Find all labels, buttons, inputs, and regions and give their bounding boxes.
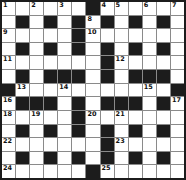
- white-cell-r2c13[interactable]: [171, 16, 184, 29]
- clue-number-17: 17: [172, 97, 181, 104]
- clue-number-1: 1: [3, 2, 8, 9]
- white-cell-r1c5[interactable]: 3: [58, 2, 71, 15]
- white-cell-r8c11[interactable]: [143, 97, 156, 110]
- white-cell-r11c11[interactable]: [143, 138, 156, 151]
- white-cell-r1c8[interactable]: 4: [101, 2, 114, 15]
- white-cell-r7c10[interactable]: [129, 84, 142, 97]
- white-cell-r2c9[interactable]: [115, 16, 128, 29]
- white-cell-r8c1[interactable]: 16: [2, 97, 15, 110]
- crossword-board: 1234567891011121314151617181920212223242…: [0, 0, 186, 180]
- white-cell-r13c8[interactable]: 25: [101, 165, 114, 178]
- white-cell-r7c12[interactable]: [157, 84, 170, 97]
- black-cell-r10c4: [44, 125, 57, 138]
- black-cell-r8c6: [72, 97, 85, 110]
- black-cell-r12c2: [16, 152, 29, 165]
- white-cell-r9c8[interactable]: [101, 111, 114, 124]
- black-cell-r2c4: [44, 16, 57, 29]
- white-cell-r1c11[interactable]: 6: [143, 2, 156, 15]
- white-cell-r13c12[interactable]: [157, 165, 170, 178]
- clue-number-19: 19: [31, 111, 40, 118]
- white-cell-r5c6[interactable]: [72, 56, 85, 69]
- black-cell-r8c9: [115, 97, 128, 110]
- white-cell-r7c6[interactable]: [72, 84, 85, 97]
- white-cell-r9c5[interactable]: [58, 111, 71, 124]
- black-cell-r6c8: [101, 70, 114, 83]
- white-cell-r11c2[interactable]: [16, 138, 29, 151]
- white-cell-r2c1[interactable]: [2, 16, 15, 29]
- white-cell-r11c3[interactable]: [30, 138, 43, 151]
- clue-number-5: 5: [116, 2, 121, 9]
- black-cell-r2c6: [72, 16, 85, 29]
- black-cell-r3c6: [72, 29, 85, 42]
- white-cell-r4c13[interactable]: [171, 43, 184, 56]
- white-cell-r7c7[interactable]: [86, 84, 99, 97]
- black-cell-r6c2: [16, 70, 29, 83]
- white-cell-r5c2[interactable]: [16, 56, 29, 69]
- white-cell-r9c13[interactable]: [171, 111, 184, 124]
- white-cell-r12c5[interactable]: [58, 152, 71, 165]
- white-cell-r2c11[interactable]: [143, 16, 156, 29]
- white-cell-r6c7[interactable]: [86, 70, 99, 83]
- white-cell-r5c3[interactable]: [30, 56, 43, 69]
- white-cell-r1c2[interactable]: [16, 2, 29, 15]
- white-cell-r13c1[interactable]: 24: [2, 165, 15, 178]
- white-cell-r9c4[interactable]: [44, 111, 57, 124]
- black-cell-r7c13: [171, 84, 184, 97]
- white-cell-r7c9[interactable]: [115, 84, 128, 97]
- white-cell-r11c9[interactable]: 23: [115, 138, 128, 151]
- black-cell-r4c8: [101, 43, 114, 56]
- black-cell-r4c12: [157, 43, 170, 56]
- white-cell-r2c3[interactable]: [30, 16, 43, 29]
- white-cell-r3c10[interactable]: [129, 29, 142, 42]
- white-cell-r12c1[interactable]: [2, 152, 15, 165]
- black-cell-r9c6: [72, 111, 85, 124]
- white-cell-r9c11[interactable]: [143, 111, 156, 124]
- white-cell-r12c3[interactable]: [30, 152, 43, 165]
- clue-number-9: 9: [3, 29, 8, 36]
- black-cell-r2c10: [129, 16, 142, 29]
- clue-number-4: 4: [102, 2, 107, 9]
- white-cell-r11c6[interactable]: [72, 138, 85, 151]
- clue-number-18: 18: [3, 111, 12, 118]
- white-cell-r1c1[interactable]: 1: [2, 2, 15, 15]
- white-cell-r3c8[interactable]: [101, 29, 114, 42]
- white-cell-r13c4[interactable]: [44, 165, 57, 178]
- black-cell-r5c8: [101, 56, 114, 69]
- white-cell-r5c4[interactable]: [44, 56, 57, 69]
- white-cell-r3c11[interactable]: [143, 29, 156, 42]
- black-cell-r6c10: [129, 70, 142, 83]
- white-cell-r5c9[interactable]: 12: [115, 56, 128, 69]
- black-cell-r10c12: [157, 125, 170, 138]
- white-cell-r1c3[interactable]: 2: [30, 2, 43, 15]
- white-cell-r13c11[interactable]: [143, 165, 156, 178]
- clue-number-23: 23: [116, 138, 125, 145]
- white-cell-r1c6[interactable]: [72, 2, 85, 15]
- clue-number-2: 2: [31, 2, 36, 9]
- white-cell-r3c9[interactable]: [115, 29, 128, 42]
- white-cell-r3c3[interactable]: [30, 29, 43, 42]
- white-cell-r3c12[interactable]: [157, 29, 170, 42]
- black-cell-r6c12: [157, 70, 170, 83]
- white-cell-r10c11[interactable]: [143, 125, 156, 138]
- white-cell-r7c2[interactable]: 13: [16, 84, 29, 97]
- white-cell-r7c5[interactable]: 14: [58, 84, 71, 97]
- white-cell-r12c9[interactable]: [115, 152, 128, 165]
- black-cell-r12c8: [101, 152, 114, 165]
- black-cell-r6c11: [143, 70, 156, 83]
- clue-number-14: 14: [59, 84, 68, 91]
- white-cell-r9c2[interactable]: [16, 111, 29, 124]
- white-cell-r7c3[interactable]: [30, 84, 43, 97]
- clue-number-20: 20: [87, 111, 96, 118]
- white-cell-r9c10[interactable]: [129, 111, 142, 124]
- white-cell-r7c4[interactable]: [44, 84, 57, 97]
- white-cell-r13c9[interactable]: [115, 165, 128, 178]
- black-cell-r6c4: [44, 70, 57, 83]
- black-cell-r8c10: [129, 97, 142, 110]
- white-cell-r2c5[interactable]: [58, 16, 71, 29]
- white-cell-r4c1[interactable]: [2, 43, 15, 56]
- white-cell-r13c6[interactable]: [72, 165, 85, 178]
- white-cell-r5c5[interactable]: [58, 56, 71, 69]
- white-cell-r5c13[interactable]: [171, 56, 184, 69]
- black-cell-r4c6: [72, 43, 85, 56]
- white-cell-r1c12[interactable]: [157, 2, 170, 15]
- clue-number-24: 24: [3, 165, 12, 172]
- white-cell-r10c9[interactable]: [115, 125, 128, 138]
- white-cell-r8c13[interactable]: 17: [171, 97, 184, 110]
- black-cell-r10c10: [129, 125, 142, 138]
- white-cell-r6c3[interactable]: [30, 70, 43, 83]
- white-cell-r10c5[interactable]: [58, 125, 71, 138]
- white-cell-r4c7[interactable]: [86, 43, 99, 56]
- black-cell-r12c12: [157, 152, 170, 165]
- clue-number-10: 10: [87, 29, 96, 36]
- black-cell-r13c7: [86, 165, 99, 178]
- black-cell-r2c8: [101, 16, 114, 29]
- black-cell-r2c2: [16, 16, 29, 29]
- white-cell-r3c13[interactable]: [171, 29, 184, 42]
- white-cell-r7c8[interactable]: [101, 84, 114, 97]
- white-cell-r13c5[interactable]: [58, 165, 71, 178]
- white-cell-r11c7[interactable]: [86, 138, 99, 151]
- clue-number-3: 3: [59, 2, 64, 9]
- black-cell-r4c4: [44, 43, 57, 56]
- white-cell-r9c1[interactable]: 18: [2, 111, 15, 124]
- white-cell-r5c11[interactable]: [143, 56, 156, 69]
- white-cell-r13c10[interactable]: [129, 165, 142, 178]
- clue-number-15: 15: [144, 84, 153, 91]
- white-cell-r12c7[interactable]: [86, 152, 99, 165]
- black-cell-r2c12: [157, 16, 170, 29]
- black-cell-r12c10: [129, 152, 142, 165]
- white-cell-r4c5[interactable]: [58, 43, 71, 56]
- white-cell-r11c4[interactable]: [44, 138, 57, 151]
- white-cell-r9c7[interactable]: 20: [86, 111, 99, 124]
- white-cell-r10c3[interactable]: [30, 125, 43, 138]
- black-cell-r11c8: [101, 138, 114, 151]
- white-cell-r3c7[interactable]: 10: [86, 29, 99, 42]
- white-cell-r10c1[interactable]: [2, 125, 15, 138]
- white-cell-r13c13[interactable]: [171, 165, 184, 178]
- black-cell-r4c10: [129, 43, 142, 56]
- white-cell-r6c1[interactable]: [2, 70, 15, 83]
- white-cell-r1c9[interactable]: 5: [115, 2, 128, 15]
- white-cell-r11c10[interactable]: [129, 138, 142, 151]
- white-cell-r11c12[interactable]: [157, 138, 170, 151]
- white-cell-r9c12[interactable]: [157, 111, 170, 124]
- black-cell-r10c2: [16, 125, 29, 138]
- white-cell-r12c11[interactable]: [143, 152, 156, 165]
- white-cell-r8c7[interactable]: [86, 97, 99, 110]
- clue-number-11: 11: [3, 56, 12, 63]
- white-cell-r11c5[interactable]: [58, 138, 71, 151]
- black-cell-r8c3: [30, 97, 43, 110]
- white-cell-r5c10[interactable]: [129, 56, 142, 69]
- white-cell-r11c1[interactable]: 22: [2, 138, 15, 151]
- white-cell-r5c7[interactable]: [86, 56, 99, 69]
- black-cell-r8c2: [16, 97, 29, 110]
- clue-number-6: 6: [144, 2, 149, 9]
- black-cell-r1c7: [86, 2, 99, 15]
- black-cell-r4c2: [16, 43, 29, 56]
- white-cell-r3c5[interactable]: [58, 29, 71, 42]
- clue-number-21: 21: [116, 111, 125, 118]
- clue-number-7: 7: [172, 2, 177, 9]
- clue-number-13: 13: [17, 84, 26, 91]
- white-cell-r13c3[interactable]: [30, 165, 43, 178]
- white-cell-r4c9[interactable]: [115, 43, 128, 56]
- white-cell-r1c13[interactable]: 7: [171, 2, 184, 15]
- white-cell-r9c3[interactable]: 19: [30, 111, 43, 124]
- white-cell-r13c2[interactable]: [16, 165, 29, 178]
- black-cell-r6c5: [58, 70, 71, 83]
- clue-number-22: 22: [3, 138, 12, 145]
- white-cell-r7c11[interactable]: 15: [143, 84, 156, 97]
- white-cell-r1c4[interactable]: [44, 2, 57, 15]
- white-cell-r11c13[interactable]: [171, 138, 184, 151]
- white-cell-r10c13[interactable]: [171, 125, 184, 138]
- white-cell-r8c5[interactable]: [58, 97, 71, 110]
- white-cell-r12c13[interactable]: [171, 152, 184, 165]
- white-cell-r3c4[interactable]: [44, 29, 57, 42]
- white-cell-r5c12[interactable]: [157, 56, 170, 69]
- white-cell-r1c10[interactable]: [129, 2, 142, 15]
- white-cell-r3c1[interactable]: 9: [2, 29, 15, 42]
- clue-number-8: 8: [87, 16, 92, 23]
- black-cell-r8c4: [44, 97, 57, 110]
- clue-number-12: 12: [116, 56, 125, 63]
- white-cell-r9c9[interactable]: 21: [115, 111, 128, 124]
- clue-number-25: 25: [102, 165, 111, 172]
- black-cell-r10c8: [101, 125, 114, 138]
- clue-number-16: 16: [3, 97, 12, 104]
- black-cell-r8c12: [157, 97, 170, 110]
- white-cell-r3c2[interactable]: [16, 29, 29, 42]
- white-cell-r4c3[interactable]: [30, 43, 43, 56]
- white-cell-r10c7[interactable]: [86, 125, 99, 138]
- white-cell-r5c1[interactable]: 11: [2, 56, 15, 69]
- white-cell-r6c13[interactable]: [171, 70, 184, 83]
- black-cell-r7c1: [2, 84, 15, 97]
- black-cell-r8c8: [101, 97, 114, 110]
- black-cell-r12c6: [72, 152, 85, 165]
- black-cell-r10c6: [72, 125, 85, 138]
- white-cell-r4c11[interactable]: [143, 43, 156, 56]
- black-cell-r6c6: [72, 70, 85, 83]
- black-cell-r12c4: [44, 152, 57, 165]
- white-cell-r6c9[interactable]: [115, 70, 128, 83]
- white-cell-r2c7[interactable]: 8: [86, 16, 99, 29]
